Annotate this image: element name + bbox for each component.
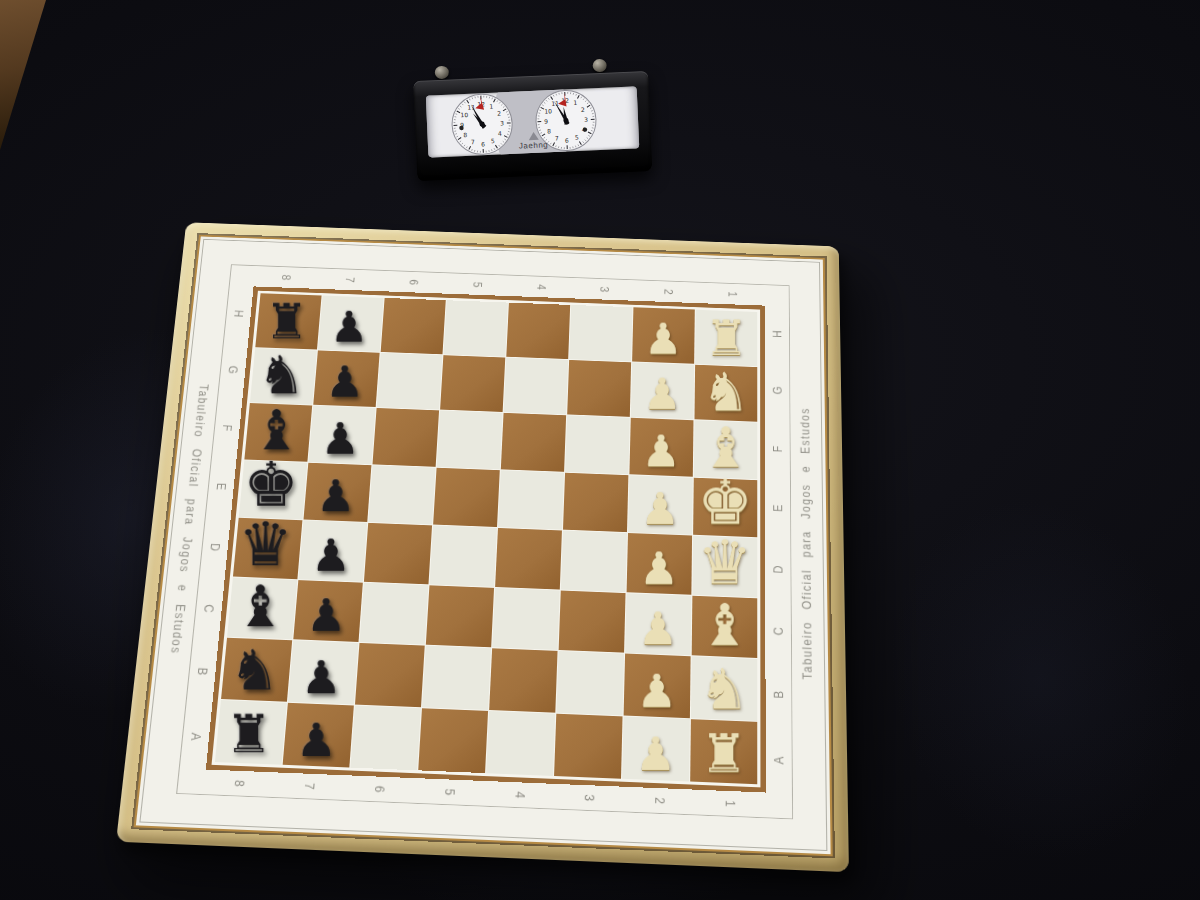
black-pawn-b7[interactable]: ♟	[288, 655, 354, 700]
black-pawn-h7[interactable]: ♟	[318, 306, 380, 349]
square-e7[interactable]: ♟	[304, 462, 372, 522]
white-pawn-b2[interactable]: ♟	[624, 668, 690, 714]
square-g4[interactable]	[504, 357, 569, 414]
square-g5[interactable]	[440, 355, 505, 412]
file-label-f: F	[193, 416, 261, 440]
rank-label-8: 8	[272, 250, 301, 305]
floor-patch	[0, 0, 46, 150]
white-pawn-d2[interactable]: ♟	[627, 546, 692, 591]
square-a8[interactable]: ♜	[215, 700, 287, 765]
square-a7[interactable]: ♟	[283, 702, 354, 767]
white-king-e1[interactable]: ♚	[693, 471, 757, 533]
clock-brand: Jaehng	[519, 140, 549, 150]
square-g3[interactable]	[567, 360, 631, 417]
clock-button-left[interactable]	[435, 66, 450, 80]
square-f4[interactable]	[501, 413, 566, 472]
black-pawn-e7[interactable]: ♟	[304, 474, 368, 518]
square-d3[interactable]	[561, 531, 627, 592]
clock-case: 121234567891011 121234567891011 Jaehng	[413, 71, 652, 181]
white-bishop-c1[interactable]: ♝	[692, 597, 757, 654]
rank-label-4: 4	[528, 259, 554, 315]
svg-text:1: 1	[573, 99, 577, 106]
rank-label-6: 6	[400, 255, 427, 311]
square-b8[interactable]: ♞	[221, 638, 292, 702]
white-pawn-h2[interactable]: ♟	[632, 317, 694, 360]
rank-label-5: 5	[464, 257, 491, 313]
square-b4[interactable]	[489, 648, 557, 712]
clock-button-right[interactable]	[592, 59, 607, 73]
square-a1[interactable]: ♜	[690, 719, 757, 785]
square-c4[interactable]	[492, 587, 560, 650]
square-e3[interactable]	[563, 472, 628, 532]
square-b7[interactable]: ♟	[288, 640, 358, 704]
square-c3[interactable]	[559, 590, 626, 653]
black-rook-a8[interactable]: ♜	[215, 708, 282, 760]
square-d5[interactable]	[430, 525, 497, 586]
square-b3[interactable]	[556, 651, 624, 715]
square-f3[interactable]	[565, 415, 630, 474]
white-pawn-e2[interactable]: ♟	[628, 487, 692, 531]
square-d6[interactable]	[364, 523, 432, 584]
black-pawn-g7[interactable]: ♟	[314, 361, 376, 404]
clock-face-panel: 121234567891011 121234567891011 Jaehng	[426, 86, 640, 157]
board-grid: ♜♟♟♜♞♟♟♞♝♟♟♝♚♟♟♚♛♟♟♛♝♟♟♝♞♟♟♞♜♟♟♜	[215, 293, 757, 784]
square-c6[interactable]	[360, 582, 429, 644]
rank-label-7: 7	[336, 252, 364, 307]
square-b1[interactable]: ♞	[691, 656, 757, 720]
square-f7[interactable]: ♟	[308, 406, 375, 464]
svg-text:3: 3	[584, 116, 588, 123]
square-e6[interactable]	[368, 465, 435, 525]
edge-text-right: Tabuleiro Oficial para Jogos e Estudos	[789, 286, 826, 820]
photo-scene: 121234567891011 121234567891011 Jaehng 8…	[0, 0, 1200, 900]
square-d4[interactable]	[495, 528, 562, 589]
svg-text:10: 10	[460, 111, 468, 118]
board-tilt: 87654321 Tabuleiro Oficial para Jogos e …	[116, 222, 849, 872]
square-c1[interactable]: ♝	[692, 595, 758, 658]
square-a6[interactable]	[350, 705, 421, 770]
file-label-h: H	[206, 302, 273, 325]
square-a5[interactable]	[418, 708, 488, 773]
square-b5[interactable]	[422, 646, 491, 710]
svg-text:3: 3	[500, 119, 504, 126]
chess-clock: 121234567891011 121234567891011 Jaehng	[412, 51, 652, 191]
rank-label-1: 1	[721, 266, 745, 322]
square-e5[interactable]	[433, 467, 500, 527]
black-queen-d8[interactable]: ♛	[233, 514, 298, 575]
square-g6[interactable]	[377, 352, 443, 409]
black-knight-b8[interactable]: ♞	[221, 642, 287, 698]
board-paper: 87654321 Tabuleiro Oficial para Jogos e …	[139, 239, 827, 851]
square-d1[interactable]: ♛	[692, 536, 757, 597]
white-queen-d1[interactable]: ♛	[692, 532, 757, 593]
file-label-e: E	[187, 474, 256, 499]
square-d2[interactable]: ♟	[627, 533, 693, 594]
svg-text:9: 9	[544, 118, 548, 125]
white-knight-b1[interactable]: ♞	[691, 660, 757, 716]
svg-text:1: 1	[489, 103, 493, 110]
rank-labels-top: 87654321	[254, 266, 765, 306]
svg-text:10: 10	[544, 107, 552, 114]
square-g2[interactable]: ♟	[631, 362, 694, 419]
white-pawn-f2[interactable]: ♟	[630, 429, 693, 473]
square-b6[interactable]	[355, 643, 425, 707]
square-c8[interactable]: ♝	[227, 577, 297, 639]
chessboard: 87654321 Tabuleiro Oficial para Jogos e …	[152, 182, 843, 873]
white-pawn-a2[interactable]: ♟	[622, 731, 689, 777]
square-e2[interactable]: ♟	[628, 475, 693, 535]
black-bishop-c8[interactable]: ♝	[228, 578, 293, 635]
rank-label-2: 2	[656, 264, 681, 320]
board-frame: 87654321 Tabuleiro Oficial para Jogos e …	[116, 222, 849, 872]
square-b2[interactable]: ♟	[624, 654, 691, 718]
square-a3[interactable]	[554, 713, 623, 778]
file-label-g: G	[199, 358, 266, 382]
square-e4[interactable]	[498, 470, 564, 530]
square-c5[interactable]	[426, 585, 494, 647]
square-c7[interactable]: ♟	[293, 580, 363, 642]
brand-logo-icon	[528, 132, 538, 140]
square-f2[interactable]: ♟	[629, 418, 693, 477]
file-label-h: H	[744, 322, 809, 345]
white-rook-a1[interactable]: ♜	[690, 728, 757, 780]
black-pawn-c7[interactable]: ♟	[294, 593, 359, 638]
white-pawn-g2[interactable]: ♟	[631, 373, 694, 416]
edge-text-right-label: Tabuleiro Oficial para Jogos e Estudos	[798, 407, 815, 680]
square-d7[interactable]: ♟	[298, 520, 367, 581]
square-a4[interactable]	[486, 710, 555, 775]
svg-text:2: 2	[581, 106, 585, 113]
rank-label-3: 3	[592, 262, 618, 318]
black-pawn-f7[interactable]: ♟	[309, 417, 372, 460]
squares-mat: ♜♟♟♜♞♟♟♞♝♟♟♝♚♟♟♚♛♟♟♛♝♟♟♝♞♟♟♞♜♟♟♜	[206, 286, 766, 792]
square-g7[interactable]: ♟	[313, 350, 379, 407]
file-label-g: G	[744, 379, 810, 403]
black-pawn-d7[interactable]: ♟	[299, 533, 364, 577]
svg-text:2: 2	[497, 110, 501, 117]
square-c2[interactable]: ♟	[625, 593, 691, 656]
file-labels-right: HGFEDCBA	[765, 306, 792, 794]
square-a2[interactable]: ♟	[622, 716, 690, 782]
white-pawn-c2[interactable]: ♟	[625, 606, 690, 651]
square-f6[interactable]	[373, 408, 440, 466]
black-pawn-a7[interactable]: ♟	[283, 717, 350, 763]
square-d8[interactable]: ♛	[233, 518, 302, 579]
square-f5[interactable]	[437, 410, 503, 468]
